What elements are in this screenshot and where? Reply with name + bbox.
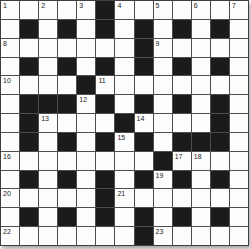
black-cell-r10c10 (173, 171, 191, 189)
cell-r5c4[interactable] (58, 76, 76, 94)
black-cell-r8c6 (96, 133, 114, 151)
cell-r3c12[interactable] (211, 39, 229, 57)
black-cell-r10c4 (58, 171, 76, 189)
cell-r12c1[interactable] (1, 208, 19, 226)
cell-r4c9[interactable] (154, 58, 172, 76)
cell-r13c13[interactable] (230, 227, 248, 245)
clue-number-9: 9 (156, 39, 160, 48)
cell-r1c5[interactable]: 3 (77, 1, 95, 19)
cell-r7c9[interactable] (154, 114, 172, 132)
cell-r9c5[interactable] (77, 152, 95, 170)
cell-r13c9[interactable]: 23 (154, 227, 172, 245)
cell-r12c3[interactable] (39, 208, 57, 226)
cell-r5c8[interactable] (135, 76, 153, 94)
clue-number-7: 7 (232, 1, 236, 10)
cell-r10c3[interactable] (39, 171, 57, 189)
black-cell-r12c4 (58, 208, 76, 226)
cell-r13c1[interactable]: 22 (1, 227, 19, 245)
cell-r1c1[interactable]: 1 (1, 1, 19, 19)
cell-r9c13[interactable] (230, 152, 248, 170)
black-cell-r6c6 (96, 95, 114, 113)
clue-number-20: 20 (3, 189, 11, 198)
cell-r9c4[interactable] (58, 152, 76, 170)
cell-r4c1[interactable] (1, 58, 19, 76)
cell-r9c7[interactable] (115, 152, 133, 170)
cell-r10c1[interactable] (1, 171, 19, 189)
cell-r13c11[interactable] (192, 227, 210, 245)
cell-r11c13[interactable] (230, 189, 248, 207)
black-cell-r11c6 (96, 189, 114, 207)
black-cell-r13c8 (135, 227, 153, 245)
black-cell-r7c7 (115, 114, 133, 132)
cell-r11c7[interactable]: 21 (115, 189, 133, 207)
cell-r3c1[interactable]: 8 (1, 39, 19, 57)
cell-r1c9[interactable]: 5 (154, 1, 172, 19)
cell-r10c9[interactable]: 19 (154, 171, 172, 189)
cell-r2c7[interactable] (115, 20, 133, 38)
cell-r12c11[interactable] (192, 208, 210, 226)
black-cell-r9c9 (154, 152, 172, 170)
black-cell-r8c2 (20, 133, 38, 151)
cell-r7c5[interactable] (77, 114, 95, 132)
cell-r9c10[interactable]: 17 (173, 152, 191, 170)
cell-r11c2[interactable] (20, 189, 38, 207)
cell-r1c12[interactable] (211, 1, 229, 19)
cell-r5c7[interactable] (115, 76, 133, 94)
cell-r3c3[interactable] (39, 39, 57, 57)
cell-r13c2[interactable] (20, 227, 38, 245)
black-cell-r8c11 (192, 133, 210, 151)
cell-r13c7[interactable] (115, 227, 133, 245)
black-cell-r2c6 (96, 20, 114, 38)
black-cell-r8c8 (135, 133, 153, 151)
cell-r6c7[interactable] (115, 95, 133, 113)
cell-r4c5[interactable] (77, 58, 95, 76)
cell-r5c2[interactable] (20, 76, 38, 94)
clue-number-1: 1 (3, 1, 7, 10)
cell-r9c6[interactable] (96, 152, 114, 170)
cell-r8c7[interactable]: 15 (115, 133, 133, 151)
cell-r13c3[interactable] (39, 227, 57, 245)
black-cell-r2c12 (211, 20, 229, 38)
black-cell-r3c8 (135, 39, 153, 57)
black-cell-r2c4 (58, 20, 76, 38)
cell-r11c8[interactable] (135, 189, 153, 207)
cell-r7c13[interactable] (230, 114, 248, 132)
black-cell-r7c2 (20, 114, 38, 132)
black-cell-r12c6 (96, 208, 114, 226)
cell-r1c8[interactable] (135, 1, 153, 19)
clue-number-19: 19 (156, 171, 164, 180)
cell-r9c12[interactable] (211, 152, 229, 170)
cell-r5c3[interactable] (39, 76, 57, 94)
clue-number-8: 8 (3, 39, 7, 48)
cell-r10c7[interactable] (115, 171, 133, 189)
cell-r1c10[interactable] (173, 1, 191, 19)
cell-r13c4[interactable] (58, 227, 76, 245)
cell-r2c3[interactable] (39, 20, 57, 38)
cell-r7c1[interactable] (1, 114, 19, 132)
cell-r5c13[interactable] (230, 76, 248, 94)
cell-r1c2[interactable] (20, 1, 38, 19)
cell-r6c5[interactable]: 12 (77, 95, 95, 113)
clue-number-13: 13 (41, 114, 49, 123)
black-cell-r6c3 (39, 95, 57, 113)
cell-r10c5[interactable] (77, 171, 95, 189)
cell-r3c11[interactable] (192, 39, 210, 57)
black-cell-r6c10 (173, 95, 191, 113)
cell-r5c12[interactable] (211, 76, 229, 94)
black-cell-r8c10 (173, 133, 191, 151)
black-cell-r10c6 (96, 171, 114, 189)
black-cell-r4c2 (20, 58, 38, 76)
cell-r2c13[interactable] (230, 20, 248, 38)
black-cell-r6c12 (211, 95, 229, 113)
cell-r1c3[interactable]: 2 (39, 1, 57, 19)
cell-r9c11[interactable]: 18 (192, 152, 210, 170)
cell-r5c6[interactable]: 11 (96, 76, 114, 94)
cell-r3c10[interactable] (173, 39, 191, 57)
cell-r10c13[interactable] (230, 171, 248, 189)
black-cell-r2c10 (173, 20, 191, 38)
clue-number-4: 4 (117, 1, 121, 10)
black-cell-r12c12 (211, 208, 229, 226)
crossword-puzzle: 1234567891011121314151617181920212223 (0, 0, 251, 249)
clue-number-22: 22 (3, 227, 11, 236)
clue-number-2: 2 (41, 1, 45, 10)
cell-r12c9[interactable] (154, 208, 172, 226)
black-cell-r6c4 (58, 95, 76, 113)
cell-r6c13[interactable] (230, 95, 248, 113)
black-cell-r2c2 (20, 20, 38, 38)
black-cell-r12c10 (173, 208, 191, 226)
clue-number-18: 18 (194, 152, 202, 161)
black-cell-r5c5 (77, 76, 95, 94)
cell-r11c4[interactable] (58, 189, 76, 207)
cell-r10c11[interactable] (192, 171, 210, 189)
black-cell-r4c10 (173, 58, 191, 76)
clue-number-11: 11 (98, 76, 105, 85)
black-cell-r10c12 (211, 171, 229, 189)
cell-r11c10[interactable] (173, 189, 191, 207)
cell-r2c5[interactable] (77, 20, 95, 38)
cell-r7c8[interactable]: 14 (135, 114, 153, 132)
cell-r11c5[interactable] (77, 189, 95, 207)
cell-r3c9[interactable]: 9 (154, 39, 172, 57)
clue-number-16: 16 (3, 152, 11, 161)
clue-number-10: 10 (3, 76, 11, 85)
cell-r9c3[interactable] (39, 152, 57, 170)
black-cell-r8c4 (58, 133, 76, 151)
cell-r13c6[interactable] (96, 227, 114, 245)
cell-r11c3[interactable] (39, 189, 57, 207)
black-cell-r12c2 (20, 208, 38, 226)
cell-r3c7[interactable] (115, 39, 133, 57)
cell-r3c6[interactable] (96, 39, 114, 57)
cell-r11c11[interactable] (192, 189, 210, 207)
cell-r2c11[interactable] (192, 20, 210, 38)
cell-r8c9[interactable] (154, 133, 172, 151)
clue-number-21: 21 (117, 189, 125, 198)
cell-r7c3[interactable]: 13 (39, 114, 57, 132)
cell-r3c2[interactable] (20, 39, 38, 57)
cell-r12c5[interactable] (77, 208, 95, 226)
black-cell-r4c8 (135, 58, 153, 76)
cell-r12c7[interactable] (115, 208, 133, 226)
cell-r8c1[interactable] (1, 133, 19, 151)
black-cell-r6c2 (20, 95, 38, 113)
cell-r2c9[interactable] (154, 20, 172, 38)
cell-r11c12[interactable] (211, 189, 229, 207)
cell-r5c11[interactable] (192, 76, 210, 94)
cell-r4c3[interactable] (39, 58, 57, 76)
cell-r7c6[interactable] (96, 114, 114, 132)
cell-r3c13[interactable] (230, 39, 248, 57)
clue-number-17: 17 (175, 152, 183, 161)
cell-r4c7[interactable] (115, 58, 133, 76)
cell-r7c11[interactable] (192, 114, 210, 132)
cell-r3c4[interactable] (58, 39, 76, 57)
black-cell-r4c12 (211, 58, 229, 76)
black-cell-r10c2 (20, 171, 38, 189)
cell-r12c13[interactable] (230, 208, 248, 226)
black-cell-r4c6 (96, 58, 114, 76)
black-cell-r1c6 (96, 1, 114, 19)
clue-number-12: 12 (79, 95, 87, 104)
clue-number-15: 15 (117, 133, 125, 142)
clue-number-14: 14 (137, 114, 145, 123)
cell-r8c3[interactable] (39, 133, 57, 151)
cell-r9c2[interactable] (20, 152, 38, 170)
clue-number-5: 5 (156, 1, 160, 10)
cell-r1c11[interactable]: 6 (192, 1, 210, 19)
black-cell-r12c8 (135, 208, 153, 226)
cell-r6c1[interactable] (1, 95, 19, 113)
cell-r3c5[interactable] (77, 39, 95, 57)
black-cell-r8c12 (211, 133, 229, 151)
cell-r7c10[interactable] (173, 114, 191, 132)
cell-r1c4[interactable] (58, 1, 76, 19)
clue-number-23: 23 (156, 227, 164, 236)
black-cell-r2c8 (135, 20, 153, 38)
cell-r6c11[interactable] (192, 95, 210, 113)
crossword-grid: 1234567891011121314151617181920212223 (0, 0, 249, 246)
cell-r11c9[interactable] (154, 189, 172, 207)
cell-r9c8[interactable] (135, 152, 153, 170)
cell-r4c13[interactable] (230, 58, 248, 76)
cell-r8c13[interactable] (230, 133, 248, 151)
cell-r13c10[interactable] (173, 227, 191, 245)
black-cell-r6c8 (135, 95, 153, 113)
cell-r13c12[interactable] (211, 227, 229, 245)
cell-r5c10[interactable] (173, 76, 191, 94)
black-cell-r4c4 (58, 58, 76, 76)
cell-r7c4[interactable] (58, 114, 76, 132)
cell-r8c5[interactable] (77, 133, 95, 151)
cell-r1c13[interactable]: 7 (230, 1, 248, 19)
black-cell-r10c8 (135, 171, 153, 189)
cell-r2c1[interactable] (1, 20, 19, 38)
cell-r11c1[interactable]: 20 (1, 189, 19, 207)
cell-r9c1[interactable]: 16 (1, 152, 19, 170)
black-cell-r7c12 (211, 114, 229, 132)
cell-r1c7[interactable]: 4 (115, 1, 133, 19)
cell-r5c1[interactable]: 10 (1, 76, 19, 94)
cell-r13c5[interactable] (77, 227, 95, 245)
cell-r5c9[interactable] (154, 76, 172, 94)
clue-number-3: 3 (79, 1, 83, 10)
cell-r4c11[interactable] (192, 58, 210, 76)
cell-r6c9[interactable] (154, 95, 172, 113)
clue-number-6: 6 (194, 1, 198, 10)
